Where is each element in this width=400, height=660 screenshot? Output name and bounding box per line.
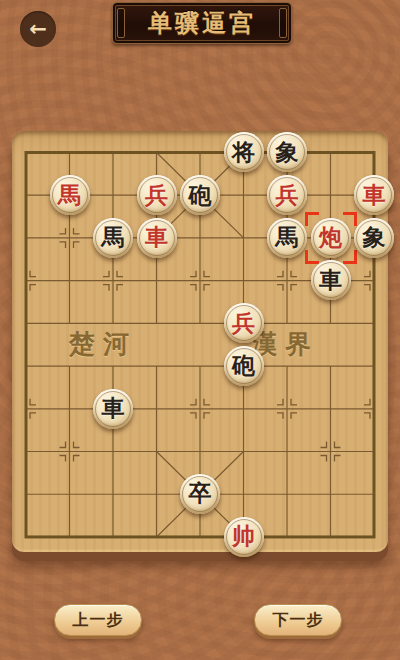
piece-black-horse[interactable]: 馬 xyxy=(93,218,133,258)
piece-glyph: 将 xyxy=(232,140,255,163)
back-button[interactable]: ← xyxy=(20,11,56,47)
next-step-button[interactable]: 下一步 xyxy=(254,604,342,636)
piece-glyph: 車 xyxy=(102,396,125,419)
piece-glyph: 馬 xyxy=(102,225,125,248)
title-banner: 单骥逼宫 xyxy=(112,2,292,44)
piece-red-soldier[interactable]: 兵 xyxy=(267,175,307,215)
piece-black-chariot[interactable]: 車 xyxy=(93,389,133,429)
piece-glyph: 象 xyxy=(276,140,299,163)
piece-red-cannon[interactable]: 炮 xyxy=(311,218,351,258)
piece-black-elephant[interactable]: 象 xyxy=(354,218,394,258)
piece-black-soldier[interactable]: 卒 xyxy=(180,474,220,514)
piece-red-horse[interactable]: 馬 xyxy=(50,175,90,215)
prev-step-label: 上一步 xyxy=(73,610,124,631)
xiangqi-board[interactable]: 楚河 漢界 将象馬兵砲兵車馬車馬炮象車兵砲車卒帅 xyxy=(12,131,388,552)
piece-red-soldier[interactable]: 兵 xyxy=(137,175,177,215)
piece-glyph: 馬 xyxy=(276,225,299,248)
piece-glyph: 馬 xyxy=(58,183,81,206)
piece-glyph: 砲 xyxy=(232,353,255,376)
piece-glyph: 兵 xyxy=(145,183,168,206)
back-arrow-icon: ← xyxy=(29,17,47,41)
piece-black-horse[interactable]: 馬 xyxy=(267,218,307,258)
piece-glyph: 車 xyxy=(363,183,386,206)
piece-glyph: 炮 xyxy=(319,225,342,248)
piece-red-soldier[interactable]: 兵 xyxy=(224,303,264,343)
piece-glyph: 象 xyxy=(363,225,386,248)
pieces-layer: 将象馬兵砲兵車馬車馬炮象車兵砲車卒帅 xyxy=(4,131,396,558)
piece-red-chariot[interactable]: 車 xyxy=(137,218,177,258)
piece-glyph: 車 xyxy=(319,268,342,291)
piece-red-general[interactable]: 帅 xyxy=(224,517,264,557)
piece-black-general[interactable]: 将 xyxy=(224,132,264,172)
piece-glyph: 砲 xyxy=(189,183,212,206)
piece-glyph: 卒 xyxy=(189,481,212,504)
piece-glyph: 帅 xyxy=(232,524,255,547)
next-step-label: 下一步 xyxy=(273,610,324,631)
piece-glyph: 兵 xyxy=(276,183,299,206)
piece-black-chariot[interactable]: 車 xyxy=(311,260,351,300)
piece-glyph: 車 xyxy=(145,225,168,248)
piece-glyph: 兵 xyxy=(232,311,255,334)
piece-black-elephant[interactable]: 象 xyxy=(267,132,307,172)
piece-black-cannon[interactable]: 砲 xyxy=(224,346,264,386)
piece-red-chariot[interactable]: 車 xyxy=(354,175,394,215)
piece-black-cannon[interactable]: 砲 xyxy=(180,175,220,215)
puzzle-title: 单骥逼宫 xyxy=(148,11,256,35)
xiangqi-app: ← 单骥逼宫 楚河 漢界 将象馬兵砲兵車馬車馬炮象車兵砲車卒帅 上一步 下一步 xyxy=(0,0,400,660)
prev-step-button[interactable]: 上一步 xyxy=(54,604,142,636)
